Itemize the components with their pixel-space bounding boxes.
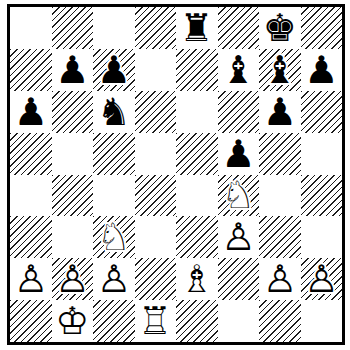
- square-d5: [135, 133, 177, 175]
- white-knight-f4: ♞︎♘︎: [218, 175, 260, 217]
- piece-glyph: ♙︎: [259, 258, 301, 300]
- black-knight-c6: ♞︎♞︎: [93, 91, 135, 133]
- square-g6: ♟︎♟︎: [259, 91, 301, 133]
- square-a2: ♟︎♙︎: [10, 258, 52, 300]
- square-f3: ♟︎♙︎: [218, 216, 260, 258]
- square-b3: [52, 216, 94, 258]
- white-pawn-b2: ♟︎♙︎: [52, 258, 94, 300]
- diagram-canvas: ♜︎♜︎♚︎♚︎♟︎♟︎♟︎♟︎♝︎♝︎♝︎♝︎♟︎♟︎♟︎♟︎♞︎♞︎♟︎♟︎…: [0, 0, 350, 350]
- white-pawn-a2: ♟︎♙︎: [10, 258, 52, 300]
- white-king-b1: ♚︎♔︎: [52, 300, 94, 342]
- piece-glyph: ♙︎: [218, 216, 260, 258]
- square-c3: ♞︎♘︎: [93, 216, 135, 258]
- piece-glyph: ♟︎: [301, 49, 343, 91]
- square-c5: [93, 133, 135, 175]
- square-a8: [10, 7, 52, 49]
- piece-glyph: ♔︎: [52, 300, 94, 342]
- square-g8: ♚︎♚︎: [259, 7, 301, 49]
- square-e4: [176, 175, 218, 217]
- square-b8: [52, 7, 94, 49]
- square-g5: [259, 133, 301, 175]
- square-h6: [301, 91, 343, 133]
- black-pawn-f5: ♟︎♟︎: [218, 133, 260, 175]
- square-f6: [218, 91, 260, 133]
- square-a7: [10, 49, 52, 91]
- piece-glyph: ♟︎: [93, 49, 135, 91]
- square-h1: [301, 300, 343, 342]
- square-c6: ♞︎♞︎: [93, 91, 135, 133]
- square-f8: [218, 7, 260, 49]
- square-g7: ♝︎♝︎: [259, 49, 301, 91]
- square-d8: [135, 7, 177, 49]
- square-f2: [218, 258, 260, 300]
- white-knight-c3: ♞︎♘︎: [93, 216, 135, 258]
- square-b5: [52, 133, 94, 175]
- black-rook-e8: ♜︎♜︎: [176, 7, 218, 49]
- square-d6: [135, 91, 177, 133]
- square-e8: ♜︎♜︎: [176, 7, 218, 49]
- square-e5: [176, 133, 218, 175]
- square-a1: [10, 300, 52, 342]
- piece-glyph: ♟︎: [259, 91, 301, 133]
- white-rook-d1: ♜︎♖︎: [135, 300, 177, 342]
- square-e1: [176, 300, 218, 342]
- square-c7: ♟︎♟︎: [93, 49, 135, 91]
- piece-glyph: ♖︎: [135, 300, 177, 342]
- square-g1: [259, 300, 301, 342]
- square-e2: ♝︎♗︎: [176, 258, 218, 300]
- square-f5: ♟︎♟︎: [218, 133, 260, 175]
- square-g3: [259, 216, 301, 258]
- piece-glyph: ♞︎: [93, 91, 135, 133]
- square-a3: [10, 216, 52, 258]
- piece-glyph: ♙︎: [301, 258, 343, 300]
- piece-glyph: ♚︎: [259, 7, 301, 49]
- piece-glyph: ♟︎: [10, 91, 52, 133]
- square-a4: [10, 175, 52, 217]
- square-f7: ♝︎♝︎: [218, 49, 260, 91]
- white-pawn-c2: ♟︎♙︎: [93, 258, 135, 300]
- square-e6: [176, 91, 218, 133]
- square-d1: ♜︎♖︎: [135, 300, 177, 342]
- piece-glyph: ♙︎: [52, 258, 94, 300]
- black-pawn-g6: ♟︎♟︎: [259, 91, 301, 133]
- white-pawn-h2: ♟︎♙︎: [301, 258, 343, 300]
- board-frame: ♜︎♜︎♚︎♚︎♟︎♟︎♟︎♟︎♝︎♝︎♝︎♝︎♟︎♟︎♟︎♟︎♞︎♞︎♟︎♟︎…: [7, 4, 345, 345]
- piece-glyph: ♗︎: [176, 258, 218, 300]
- square-d3: [135, 216, 177, 258]
- white-pawn-g2: ♟︎♙︎: [259, 258, 301, 300]
- black-pawn-c7: ♟︎♟︎: [93, 49, 135, 91]
- square-e7: [176, 49, 218, 91]
- square-b7: ♟︎♟︎: [52, 49, 94, 91]
- piece-glyph: ♟︎: [218, 133, 260, 175]
- square-d2: [135, 258, 177, 300]
- square-b2: ♟︎♙︎: [52, 258, 94, 300]
- square-c8: [93, 7, 135, 49]
- chess-board: ♜︎♜︎♚︎♚︎♟︎♟︎♟︎♟︎♝︎♝︎♝︎♝︎♟︎♟︎♟︎♟︎♞︎♞︎♟︎♟︎…: [10, 7, 342, 342]
- square-f1: [218, 300, 260, 342]
- square-f4: ♞︎♘︎: [218, 175, 260, 217]
- square-g4: [259, 175, 301, 217]
- piece-glyph: ♟︎: [52, 49, 94, 91]
- square-g2: ♟︎♙︎: [259, 258, 301, 300]
- square-a5: [10, 133, 52, 175]
- square-h8: [301, 7, 343, 49]
- square-h2: ♟︎♙︎: [301, 258, 343, 300]
- square-e3: [176, 216, 218, 258]
- white-pawn-f3: ♟︎♙︎: [218, 216, 260, 258]
- square-b6: [52, 91, 94, 133]
- piece-glyph: ♘︎: [93, 216, 135, 258]
- square-d4: [135, 175, 177, 217]
- square-h5: [301, 133, 343, 175]
- black-pawn-a6: ♟︎♟︎: [10, 91, 52, 133]
- black-king-g8: ♚︎♚︎: [259, 7, 301, 49]
- square-d7: [135, 49, 177, 91]
- black-pawn-b7: ♟︎♟︎: [52, 49, 94, 91]
- piece-glyph: ♜︎: [176, 7, 218, 49]
- square-c4: [93, 175, 135, 217]
- piece-glyph: ♘︎: [218, 175, 260, 217]
- black-bishop-f7: ♝︎♝︎: [218, 49, 260, 91]
- black-pawn-h7: ♟︎♟︎: [301, 49, 343, 91]
- piece-glyph: ♙︎: [10, 258, 52, 300]
- square-h4: [301, 175, 343, 217]
- piece-glyph: ♙︎: [93, 258, 135, 300]
- piece-glyph: ♝︎: [218, 49, 260, 91]
- white-bishop-e2: ♝︎♗︎: [176, 258, 218, 300]
- square-h3: [301, 216, 343, 258]
- black-bishop-g7: ♝︎♝︎: [259, 49, 301, 91]
- square-c1: [93, 300, 135, 342]
- square-b1: ♚︎♔︎: [52, 300, 94, 342]
- square-b4: [52, 175, 94, 217]
- square-a6: ♟︎♟︎: [10, 91, 52, 133]
- square-c2: ♟︎♙︎: [93, 258, 135, 300]
- square-h7: ♟︎♟︎: [301, 49, 343, 91]
- piece-glyph: ♝︎: [259, 49, 301, 91]
